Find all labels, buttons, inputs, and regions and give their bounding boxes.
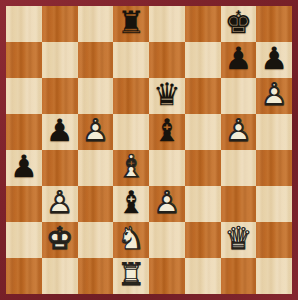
bishop-glyph: ♝ — [149, 115, 185, 146]
square-a3[interactable] — [6, 186, 42, 222]
black-pawn[interactable]: ♟ — [42, 114, 78, 150]
square-b5[interactable]: ♟ — [42, 114, 78, 150]
square-h4[interactable] — [256, 150, 292, 186]
pawn-outline-glyph: ♙ — [42, 187, 78, 218]
square-d2[interactable]: ♞♘ — [113, 222, 149, 258]
square-a6[interactable] — [6, 78, 42, 114]
rook-glyph: ♜ — [113, 7, 149, 38]
knight-outline-glyph: ♘ — [113, 223, 149, 254]
square-g5[interactable]: ♟♙ — [221, 114, 257, 150]
square-h1[interactable] — [256, 258, 292, 294]
square-f1[interactable] — [185, 258, 221, 294]
white-pawn[interactable]: ♟♙ — [221, 114, 257, 150]
pawn-glyph: ♟ — [221, 43, 257, 74]
square-f2[interactable] — [185, 222, 221, 258]
white-pawn[interactable]: ♟♙ — [42, 186, 78, 222]
square-c2[interactable] — [78, 222, 114, 258]
square-e8[interactable] — [149, 6, 185, 42]
square-a7[interactable] — [6, 42, 42, 78]
queen-outline-glyph: ♕ — [221, 223, 257, 254]
pawn-outline-glyph: ♙ — [221, 115, 257, 146]
black-bishop[interactable]: ♝ — [113, 186, 149, 222]
pawn-glyph: ♟ — [256, 43, 292, 74]
square-c4[interactable] — [78, 150, 114, 186]
square-d5[interactable] — [113, 114, 149, 150]
square-e7[interactable] — [149, 42, 185, 78]
queen-glyph: ♛ — [149, 79, 185, 110]
square-b6[interactable] — [42, 78, 78, 114]
square-c6[interactable] — [78, 78, 114, 114]
square-f3[interactable] — [185, 186, 221, 222]
board-frame: ♜♚♟♟♛♟♙♟♟♙♝♟♙♟♝♗♟♙♝♟♙♚♔♞♘♛♕♜♖ — [0, 0, 298, 300]
square-b4[interactable] — [42, 150, 78, 186]
king-outline-glyph: ♔ — [42, 223, 78, 254]
square-h2[interactable] — [256, 222, 292, 258]
square-a1[interactable] — [6, 258, 42, 294]
square-a2[interactable] — [6, 222, 42, 258]
square-b7[interactable] — [42, 42, 78, 78]
square-g6[interactable] — [221, 78, 257, 114]
bishop-outline-glyph: ♗ — [113, 151, 149, 182]
pawn-glyph: ♟ — [6, 151, 42, 182]
square-c8[interactable] — [78, 6, 114, 42]
square-h7[interactable]: ♟ — [256, 42, 292, 78]
square-h5[interactable] — [256, 114, 292, 150]
square-f4[interactable] — [185, 150, 221, 186]
white-bishop[interactable]: ♝♗ — [113, 150, 149, 186]
pawn-outline-glyph: ♙ — [78, 115, 114, 146]
pawn-outline-glyph: ♙ — [149, 187, 185, 218]
black-pawn[interactable]: ♟ — [256, 42, 292, 78]
square-d3[interactable]: ♝ — [113, 186, 149, 222]
white-queen[interactable]: ♛♕ — [221, 222, 257, 258]
black-king[interactable]: ♚ — [221, 6, 257, 42]
square-b8[interactable] — [42, 6, 78, 42]
black-queen[interactable]: ♛ — [149, 78, 185, 114]
black-rook[interactable]: ♜ — [113, 6, 149, 42]
black-pawn[interactable]: ♟ — [221, 42, 257, 78]
square-c5[interactable]: ♟♙ — [78, 114, 114, 150]
square-g8[interactable]: ♚ — [221, 6, 257, 42]
bishop-glyph: ♝ — [113, 187, 149, 218]
square-f5[interactable] — [185, 114, 221, 150]
pawn-outline-glyph: ♙ — [256, 79, 292, 110]
square-c7[interactable] — [78, 42, 114, 78]
square-a8[interactable] — [6, 6, 42, 42]
king-glyph: ♚ — [221, 7, 257, 38]
square-a4[interactable]: ♟ — [6, 150, 42, 186]
chess-board: ♜♚♟♟♛♟♙♟♟♙♝♟♙♟♝♗♟♙♝♟♙♚♔♞♘♛♕♜♖ — [6, 6, 292, 294]
square-c1[interactable] — [78, 258, 114, 294]
white-pawn[interactable]: ♟♙ — [256, 78, 292, 114]
white-pawn[interactable]: ♟♙ — [78, 114, 114, 150]
white-knight[interactable]: ♞♘ — [113, 222, 149, 258]
square-d1[interactable]: ♜♖ — [113, 258, 149, 294]
square-b1[interactable] — [42, 258, 78, 294]
square-d4[interactable]: ♝♗ — [113, 150, 149, 186]
pawn-glyph: ♟ — [42, 115, 78, 146]
square-d7[interactable] — [113, 42, 149, 78]
square-c3[interactable] — [78, 186, 114, 222]
square-e4[interactable] — [149, 150, 185, 186]
square-b2[interactable]: ♚♔ — [42, 222, 78, 258]
square-d8[interactable]: ♜ — [113, 6, 149, 42]
square-e1[interactable] — [149, 258, 185, 294]
square-e5[interactable]: ♝ — [149, 114, 185, 150]
square-b3[interactable]: ♟♙ — [42, 186, 78, 222]
white-pawn[interactable]: ♟♙ — [149, 186, 185, 222]
square-d6[interactable] — [113, 78, 149, 114]
square-e6[interactable]: ♛ — [149, 78, 185, 114]
square-g7[interactable]: ♟ — [221, 42, 257, 78]
square-g3[interactable] — [221, 186, 257, 222]
square-g4[interactable] — [221, 150, 257, 186]
white-rook[interactable]: ♜♖ — [113, 258, 149, 294]
square-h6[interactable]: ♟♙ — [256, 78, 292, 114]
black-bishop[interactable]: ♝ — [149, 114, 185, 150]
square-f6[interactable] — [185, 78, 221, 114]
square-e3[interactable]: ♟♙ — [149, 186, 185, 222]
square-e2[interactable] — [149, 222, 185, 258]
square-g1[interactable] — [221, 258, 257, 294]
square-g2[interactable]: ♛♕ — [221, 222, 257, 258]
rook-outline-glyph: ♖ — [113, 259, 149, 290]
white-king[interactable]: ♚♔ — [42, 222, 78, 258]
square-a5[interactable] — [6, 114, 42, 150]
square-h8[interactable] — [256, 6, 292, 42]
square-f8[interactable] — [185, 6, 221, 42]
square-h3[interactable] — [256, 186, 292, 222]
square-f7[interactable] — [185, 42, 221, 78]
black-pawn[interactable]: ♟ — [6, 150, 42, 186]
